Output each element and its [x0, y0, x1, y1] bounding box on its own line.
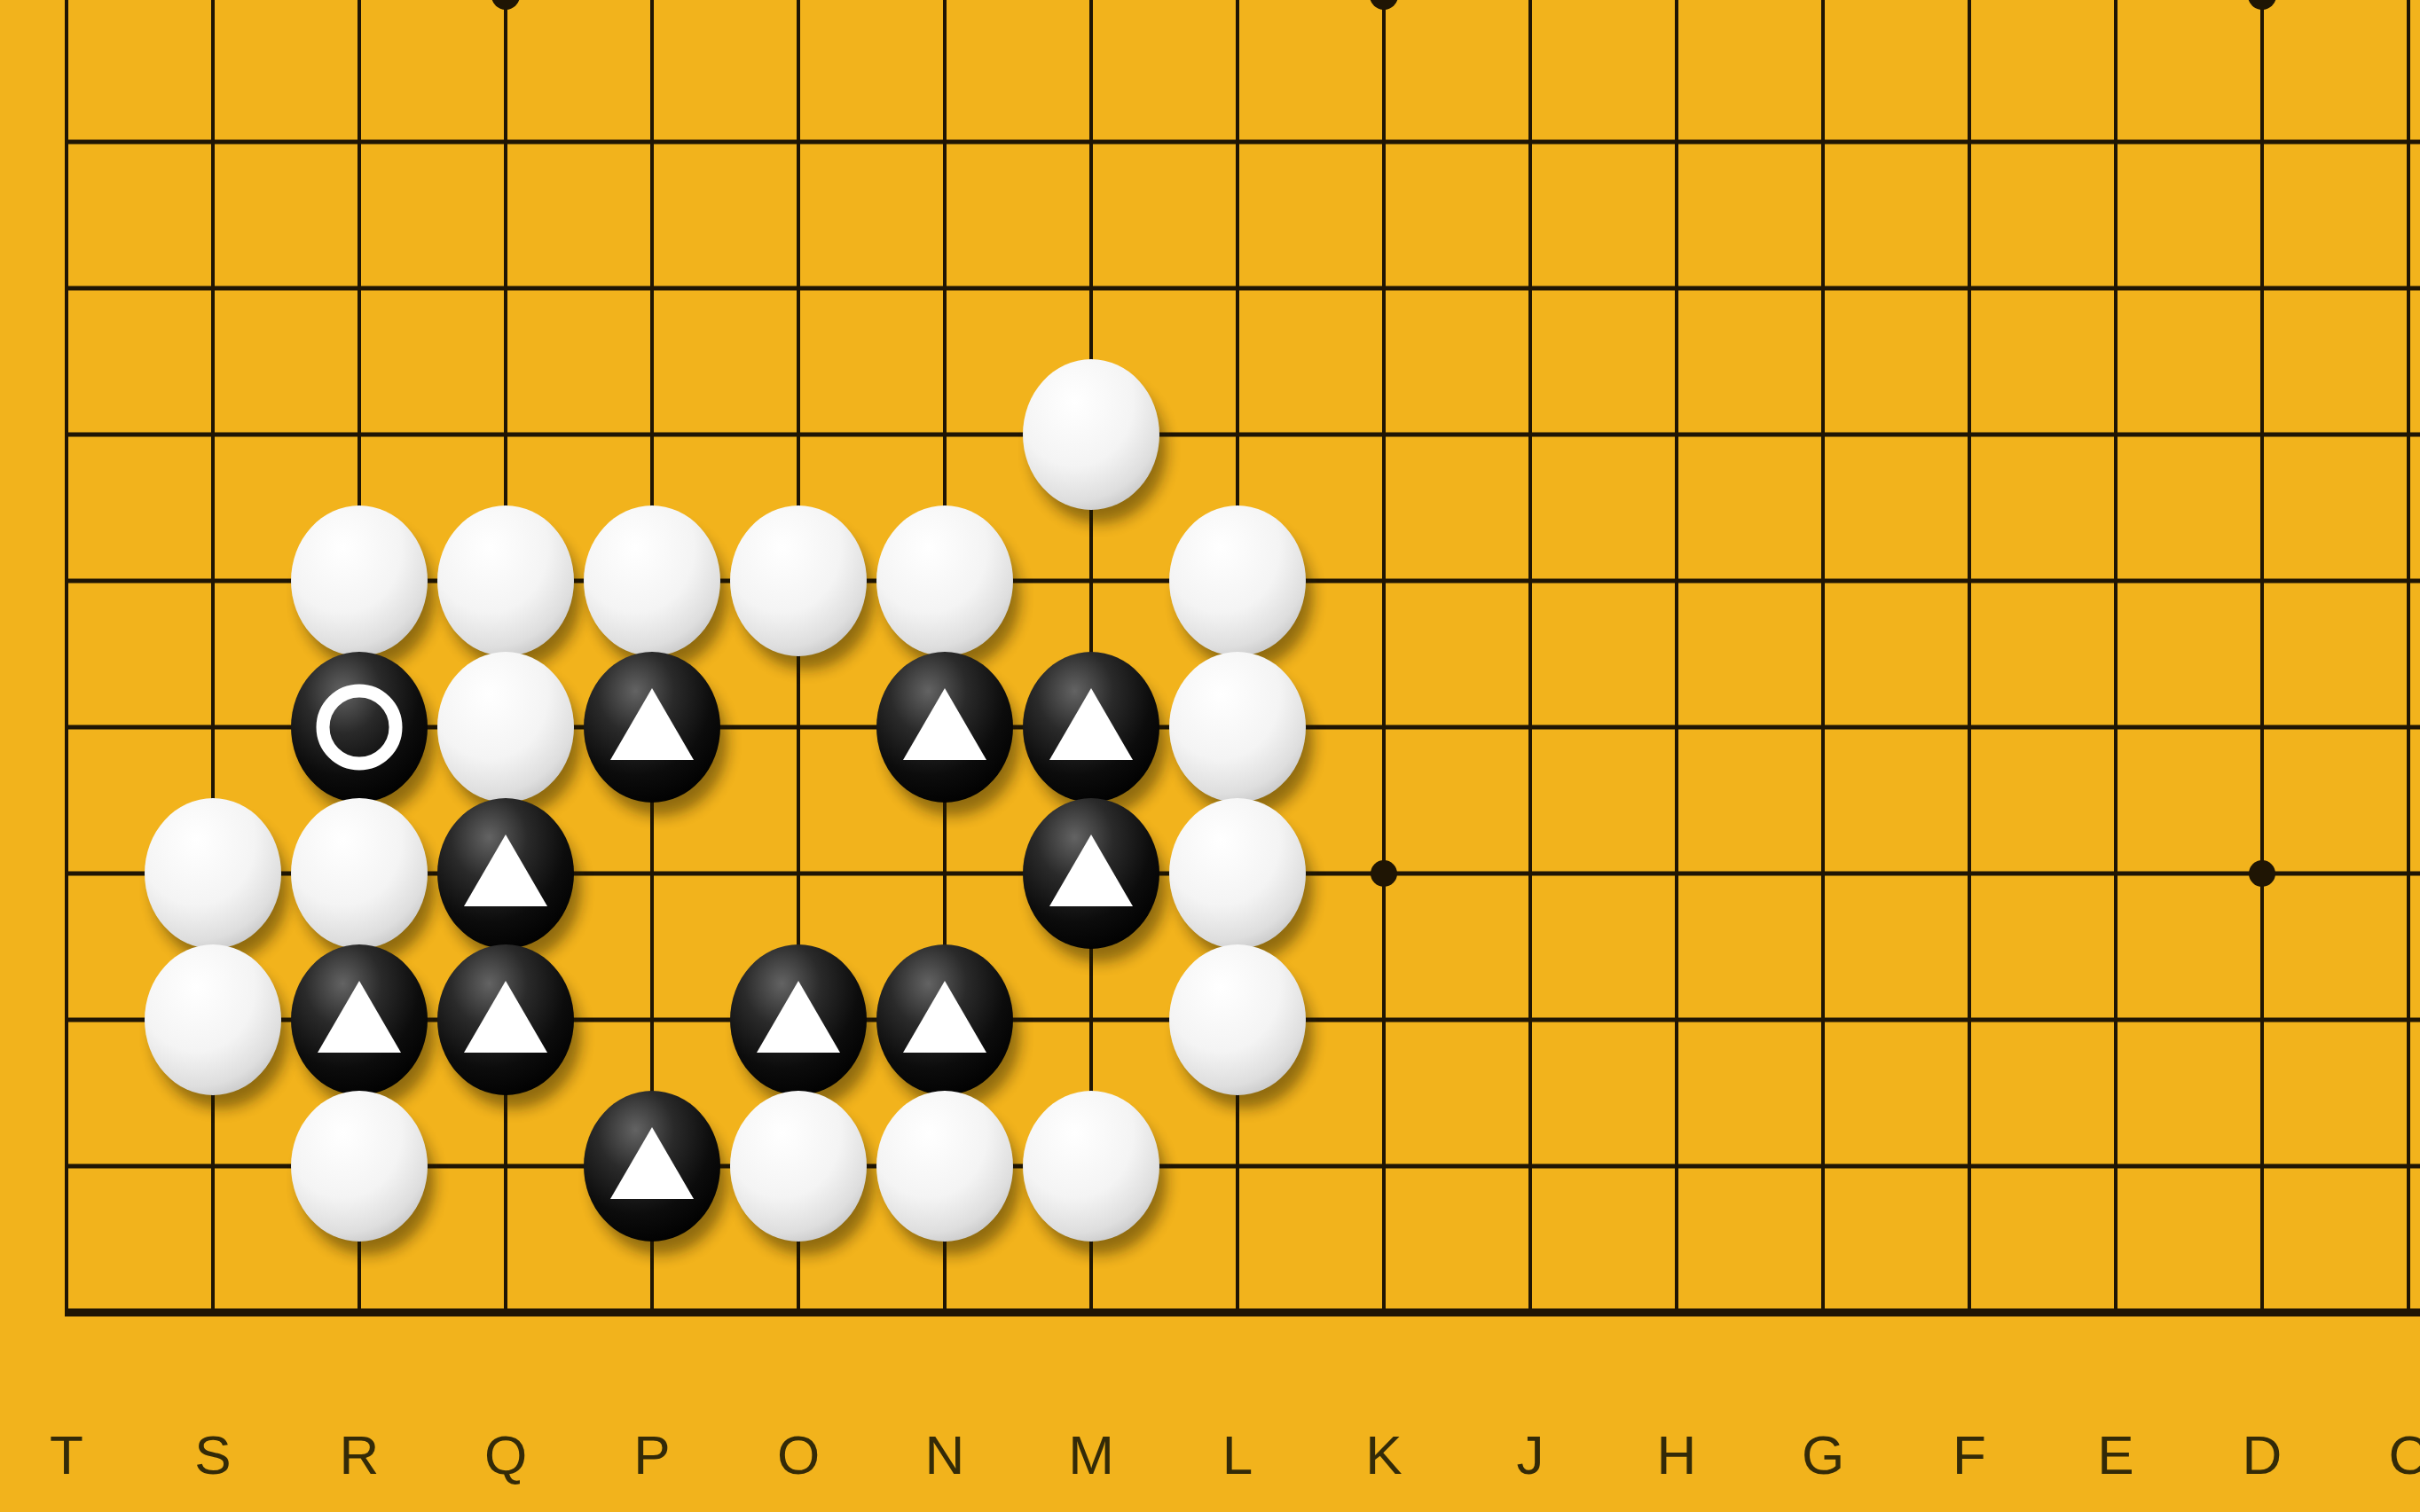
- column-label-L: L: [1222, 1424, 1253, 1485]
- black-stone-N5[interactable]: [876, 652, 1020, 816]
- grid-line-row-7: [65, 433, 2420, 437]
- star-point-partial-D10: [2248, 0, 2276, 10]
- white-stone-Q6[interactable]: [437, 505, 581, 670]
- column-label-O: O: [777, 1424, 820, 1485]
- white-stone-body: [145, 944, 281, 1095]
- grid-line-row-8: [65, 286, 2420, 291]
- column-label-P: P: [633, 1424, 670, 1485]
- go-board-screen: TSRQPONMLKJHGFEDC: [0, 0, 2420, 1512]
- white-stone-body: [584, 505, 720, 656]
- white-stone-O2[interactable]: [730, 1091, 874, 1255]
- grid-line-col-H: [1675, 0, 1678, 1316]
- column-label-R: R: [340, 1424, 380, 1485]
- column-label-S: S: [194, 1424, 231, 1485]
- white-stone-body: [876, 505, 1013, 656]
- column-label-K: K: [1365, 1424, 1402, 1485]
- grid-line-col-G: [1821, 0, 1825, 1316]
- grid-line-col-E: [2114, 0, 2117, 1316]
- star-point-D4: [2249, 860, 2275, 887]
- white-stone-M2[interactable]: [1023, 1091, 1167, 1255]
- column-label-T: T: [50, 1424, 83, 1485]
- grid-line-row-1: [65, 1309, 2420, 1317]
- white-stone-body: [876, 1091, 1013, 1242]
- white-stone-body: [291, 798, 428, 949]
- grid-line-col-C: [2407, 0, 2410, 1316]
- white-stone-O6[interactable]: [730, 505, 874, 670]
- grid-line-col-F: [1968, 0, 1971, 1316]
- black-stone-P2[interactable]: [584, 1091, 727, 1255]
- white-stone-S4[interactable]: [145, 798, 288, 962]
- stones-layer: [145, 359, 1313, 1255]
- column-label-N: N: [925, 1424, 965, 1485]
- grid-line-col-T: [65, 0, 68, 1316]
- black-stone-R5[interactable]: [291, 652, 435, 816]
- column-label-D: D: [2243, 1424, 2282, 1485]
- white-stone-N6[interactable]: [876, 505, 1020, 670]
- white-stone-L4[interactable]: [1169, 798, 1313, 962]
- white-stone-body: [1169, 798, 1306, 949]
- black-stone-O3[interactable]: [730, 944, 874, 1109]
- column-label-Q: Q: [484, 1424, 527, 1485]
- black-stone-Q3[interactable]: [437, 944, 581, 1109]
- white-stone-L6[interactable]: [1169, 505, 1313, 670]
- grid-line-col-D: [2260, 0, 2264, 1316]
- white-stone-R6[interactable]: [291, 505, 435, 670]
- white-stone-body: [1023, 1091, 1159, 1242]
- white-stone-L5[interactable]: [1169, 652, 1313, 816]
- column-labels: TSRQPONMLKJHGFEDC: [50, 1424, 2420, 1485]
- black-stone-N3[interactable]: [876, 944, 1020, 1109]
- black-stone-Q4[interactable]: [437, 798, 581, 962]
- grid-line-col-S: [211, 0, 215, 1316]
- column-label-M: M: [1068, 1424, 1114, 1485]
- grid-line-row-9: [65, 140, 2420, 145]
- column-label-C: C: [2389, 1424, 2420, 1485]
- white-stone-L3[interactable]: [1169, 944, 1313, 1109]
- black-stone-M4[interactable]: [1023, 798, 1167, 962]
- grid-line-col-J: [1528, 0, 1532, 1316]
- white-stone-body: [730, 505, 867, 656]
- white-stone-R2[interactable]: [291, 1091, 435, 1255]
- white-stone-body: [1169, 944, 1306, 1095]
- white-stone-Q5[interactable]: [437, 652, 581, 816]
- black-stone-R3[interactable]: [291, 944, 435, 1109]
- black-stone-P5[interactable]: [584, 652, 727, 816]
- white-stone-body: [1169, 505, 1306, 656]
- white-stone-P6[interactable]: [584, 505, 727, 670]
- white-stone-body: [145, 798, 281, 949]
- go-board[interactable]: TSRQPONMLKJHGFEDC: [0, 0, 2420, 1512]
- star-point-partial-Q10: [491, 0, 520, 10]
- black-stone-body: [291, 652, 428, 803]
- star-point-partial-K10: [1370, 0, 1398, 10]
- white-stone-body: [1023, 359, 1159, 510]
- column-label-H: H: [1657, 1424, 1697, 1485]
- column-label-J: J: [1517, 1424, 1544, 1485]
- white-stone-body: [291, 505, 428, 656]
- black-stone-M5[interactable]: [1023, 652, 1167, 816]
- white-stone-M7[interactable]: [1023, 359, 1167, 523]
- column-label-G: G: [1802, 1424, 1844, 1485]
- white-stone-body: [730, 1091, 867, 1242]
- white-stone-R4[interactable]: [291, 798, 435, 962]
- white-stone-body: [1169, 652, 1306, 803]
- white-stone-S3[interactable]: [145, 944, 288, 1109]
- white-stone-body: [291, 1091, 428, 1242]
- star-point-K4: [1371, 860, 1397, 887]
- white-stone-body: [437, 652, 574, 803]
- column-label-F: F: [1952, 1424, 1986, 1485]
- white-stone-N2[interactable]: [876, 1091, 1020, 1255]
- column-label-E: E: [2097, 1424, 2133, 1485]
- grid-line-col-K: [1382, 0, 1386, 1316]
- white-stone-body: [437, 505, 574, 656]
